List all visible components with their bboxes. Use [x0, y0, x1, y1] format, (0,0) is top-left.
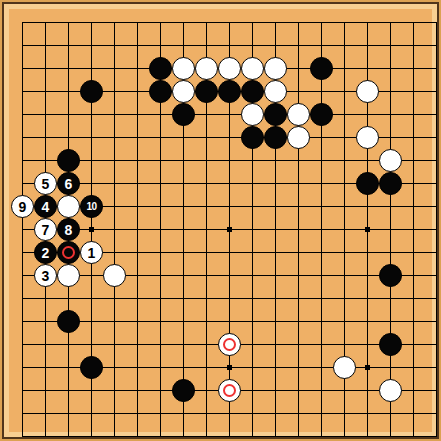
stone-white-l17 — [241, 57, 264, 80]
stone-white-m16 — [264, 80, 287, 103]
stone-black-q12 — [356, 172, 379, 195]
stone-white-r3 — [379, 379, 402, 402]
board-grid: 12345678910 — [22, 22, 437, 437]
stone-black-c12: 6 — [57, 172, 80, 195]
stone-white-b8: 3 — [34, 264, 57, 287]
move-number: 3 — [42, 269, 50, 283]
move-number: 10 — [86, 202, 96, 212]
stone-white-k17 — [218, 57, 241, 80]
hoshi-dot — [227, 227, 232, 232]
stone-white-n15 — [287, 103, 310, 126]
stone-black-l14 — [241, 126, 264, 149]
stone-black-c6 — [57, 310, 80, 333]
hoshi-dot — [365, 227, 370, 232]
move-number: 8 — [65, 223, 73, 237]
stone-black-c9 — [57, 241, 80, 264]
stone-black-b9: 2 — [34, 241, 57, 264]
stone-black-m15 — [264, 103, 287, 126]
circle-mark-icon — [223, 338, 236, 351]
stone-white-m17 — [264, 57, 287, 80]
board-surface: 12345678910 — [9, 9, 432, 432]
stone-white-r13 — [379, 149, 402, 172]
stone-white-b12: 5 — [34, 172, 57, 195]
stone-black-d11: 10 — [80, 195, 103, 218]
stone-black-g16 — [149, 80, 172, 103]
stone-black-o17 — [310, 57, 333, 80]
move-number: 6 — [65, 177, 73, 191]
circle-mark-icon — [62, 246, 75, 259]
stone-black-r5 — [379, 333, 402, 356]
move-number: 9 — [19, 200, 27, 214]
stone-white-j17 — [195, 57, 218, 80]
stone-black-r12 — [379, 172, 402, 195]
stone-white-n14 — [287, 126, 310, 149]
stone-white-h16 — [172, 80, 195, 103]
stone-white-p4 — [333, 356, 356, 379]
hoshi-dot — [365, 365, 370, 370]
move-number: 2 — [42, 246, 50, 260]
stone-black-h3 — [172, 379, 195, 402]
stone-white-q14 — [356, 126, 379, 149]
stone-black-l16 — [241, 80, 264, 103]
move-number: 7 — [42, 223, 50, 237]
circle-mark-icon — [223, 384, 236, 397]
stone-black-o15 — [310, 103, 333, 126]
stone-white-h17 — [172, 57, 195, 80]
stone-black-r8 — [379, 264, 402, 287]
stone-white-k5 — [218, 333, 241, 356]
stone-black-d4 — [80, 356, 103, 379]
hoshi-dot — [89, 227, 94, 232]
move-number: 1 — [88, 246, 96, 260]
stone-white-q16 — [356, 80, 379, 103]
stone-white-c8 — [57, 264, 80, 287]
stone-white-l15 — [241, 103, 264, 126]
hoshi-dot — [227, 365, 232, 370]
go-board: 12345678910 — [0, 0, 441, 441]
stone-black-c13 — [57, 149, 80, 172]
stone-black-h15 — [172, 103, 195, 126]
stone-white-e8 — [103, 264, 126, 287]
stone-white-a11: 9 — [11, 195, 34, 218]
stone-white-c11 — [57, 195, 80, 218]
stone-black-c10: 8 — [57, 218, 80, 241]
stone-white-k3 — [218, 379, 241, 402]
stone-black-g17 — [149, 57, 172, 80]
stone-white-d9: 1 — [80, 241, 103, 264]
stone-black-k16 — [218, 80, 241, 103]
stone-white-b10: 7 — [34, 218, 57, 241]
stone-black-j16 — [195, 80, 218, 103]
move-number: 4 — [42, 200, 50, 214]
move-number: 5 — [42, 177, 50, 191]
stone-black-d16 — [80, 80, 103, 103]
stone-black-m14 — [264, 126, 287, 149]
stone-black-b11: 4 — [34, 195, 57, 218]
